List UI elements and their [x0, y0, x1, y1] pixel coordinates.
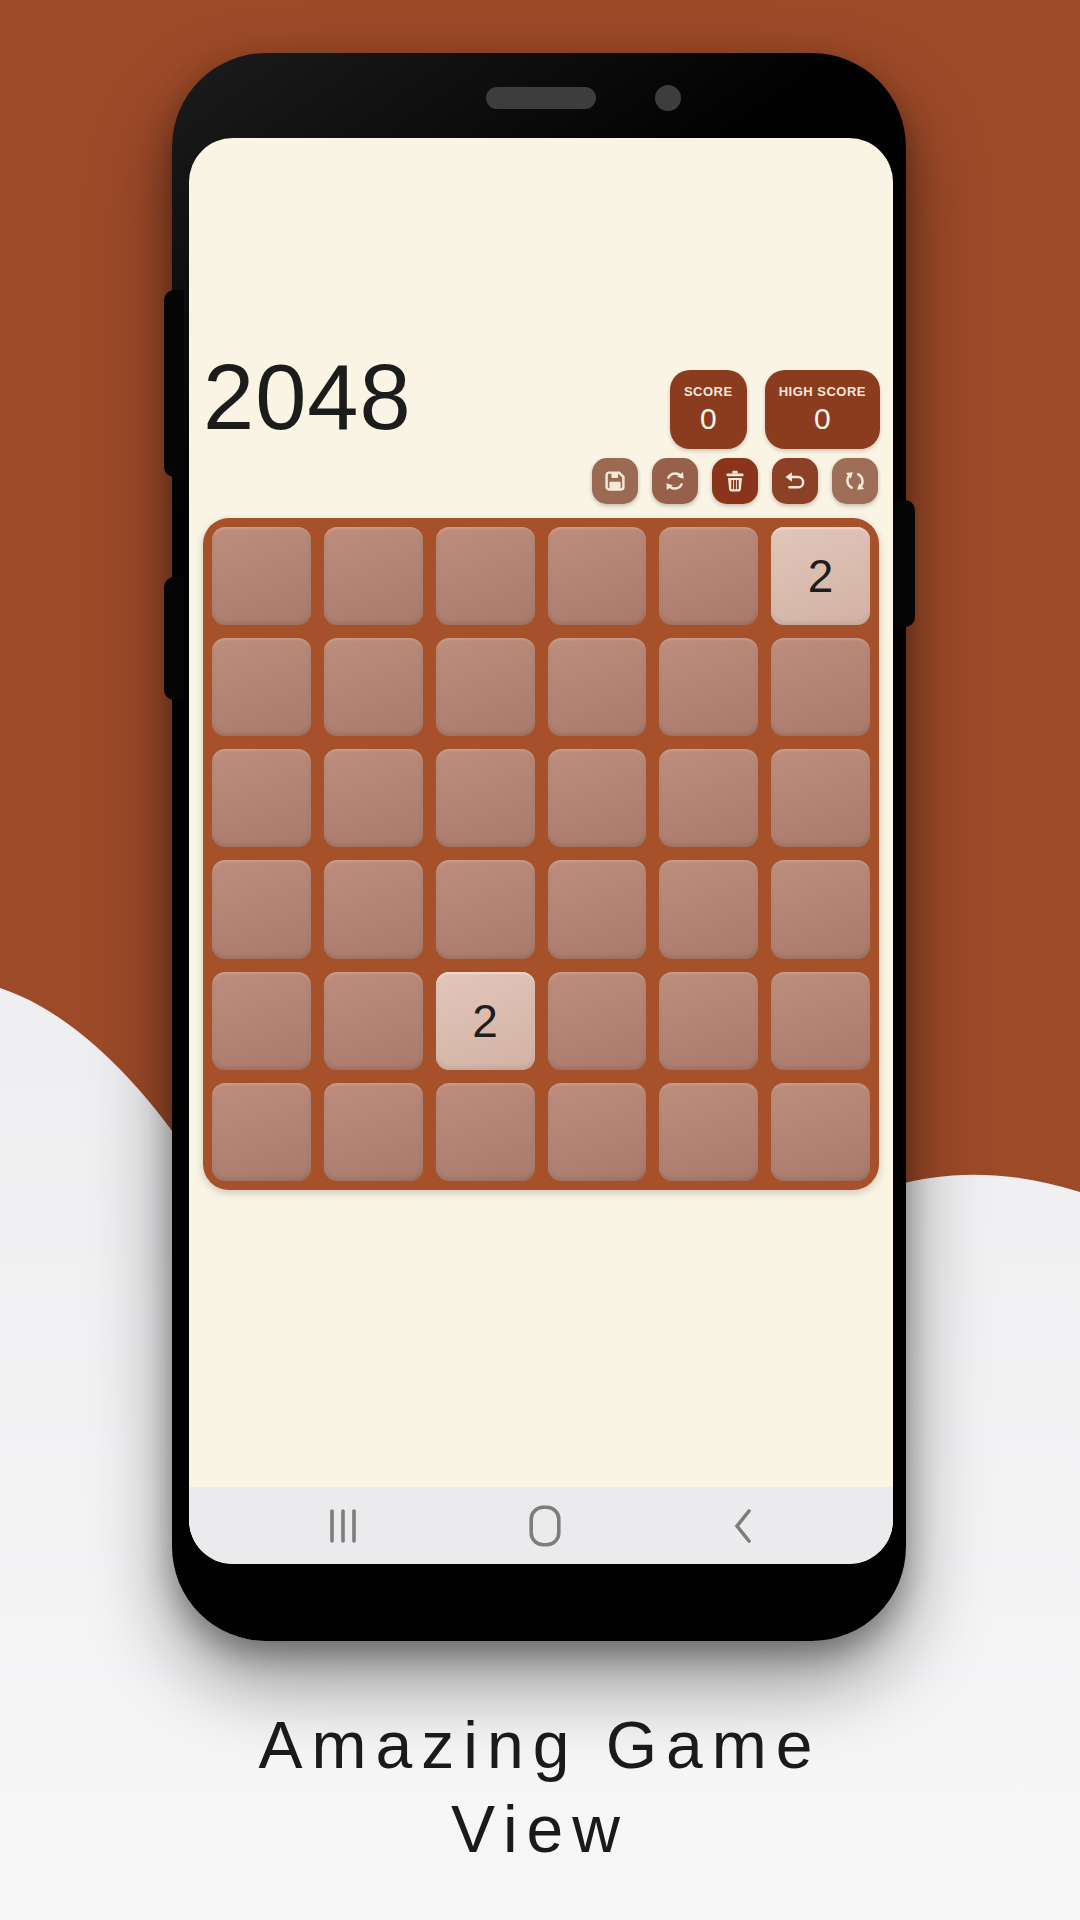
assistant-button: [164, 577, 184, 700]
board-cell: [324, 972, 423, 1070]
sync-icon: [661, 467, 689, 495]
undo-icon: [781, 467, 809, 495]
tile-2: 2: [771, 527, 870, 625]
score-value: 0: [700, 402, 717, 436]
caption-line-1: Amazing Game: [0, 1703, 1080, 1787]
board-cell: [659, 638, 758, 736]
app-title: 2048: [203, 351, 412, 443]
clear-button[interactable]: [712, 458, 758, 504]
board-cell: [212, 638, 311, 736]
board-cell: [436, 749, 535, 847]
toolbar: [592, 458, 878, 504]
board-cell: [212, 527, 311, 625]
phone-mockup: 2048 SCORE 0 HIGH SCORE 0: [172, 53, 906, 1641]
board-cell: [771, 638, 870, 736]
score-panel: SCORE 0 HIGH SCORE 0: [670, 370, 880, 449]
caption-line-2: View: [0, 1787, 1080, 1871]
board-cell: [659, 749, 758, 847]
phone-screen: 2048 SCORE 0 HIGH SCORE 0: [189, 138, 893, 1564]
board-cell: [771, 860, 870, 958]
recents-icon[interactable]: [329, 1509, 357, 1543]
board-cell: [659, 972, 758, 1070]
board-cell: [324, 749, 423, 847]
redo-button[interactable]: [832, 458, 878, 504]
undo-button[interactable]: [772, 458, 818, 504]
board-cell: [548, 749, 647, 847]
board-cell: [436, 527, 535, 625]
board-cell: [324, 638, 423, 736]
score-label: SCORE: [684, 384, 733, 399]
board-cell: [771, 749, 870, 847]
board-cell: [324, 860, 423, 958]
save-button[interactable]: [592, 458, 638, 504]
board-cell: [771, 972, 870, 1070]
caption: Amazing Game View: [0, 1703, 1080, 1871]
board-cell: [212, 1083, 311, 1181]
board-cell: [659, 1083, 758, 1181]
board-cell: 2: [436, 972, 535, 1070]
high-score-value: 0: [814, 402, 831, 436]
board-cell: [548, 638, 647, 736]
trash-icon: [721, 467, 749, 495]
volume-button: [164, 290, 184, 477]
floppy-disk-icon: [601, 467, 629, 495]
board-cell: [548, 1083, 647, 1181]
android-navbar: [189, 1487, 893, 1564]
board-cell: [548, 527, 647, 625]
board-cell: [659, 527, 758, 625]
high-score-badge: HIGH SCORE 0: [765, 370, 880, 449]
board-cell: [212, 972, 311, 1070]
board-cell: [212, 860, 311, 958]
board-cell: [548, 972, 647, 1070]
redo-icon: [841, 467, 869, 495]
front-camera-icon: [655, 85, 681, 111]
tile-2: 2: [436, 972, 535, 1070]
board-cell: [436, 860, 535, 958]
board-cell: [436, 638, 535, 736]
board-cell: [324, 1083, 423, 1181]
board-cell: [548, 860, 647, 958]
score-badge: SCORE 0: [670, 370, 747, 449]
board-cell: [212, 749, 311, 847]
back-icon[interactable]: [733, 1508, 753, 1544]
high-score-label: HIGH SCORE: [779, 384, 866, 399]
board-cell: [436, 1083, 535, 1181]
power-button: [895, 500, 915, 627]
game-board[interactable]: 22: [203, 518, 879, 1190]
board-cell: 2: [771, 527, 870, 625]
home-icon[interactable]: [529, 1505, 561, 1547]
board-cell: [771, 1083, 870, 1181]
board-cell: [659, 860, 758, 958]
restart-button[interactable]: [652, 458, 698, 504]
board-cell: [324, 527, 423, 625]
earpiece-speaker-icon: [486, 87, 596, 109]
